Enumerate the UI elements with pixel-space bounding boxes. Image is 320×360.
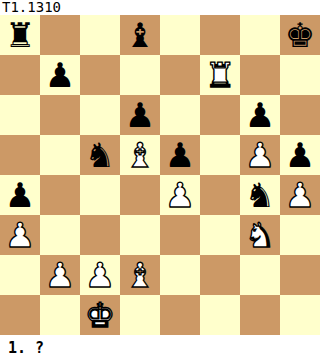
piece-black-bishop[interactable]: ♝ (125, 15, 155, 55)
piece-black-pawn[interactable]: ♟ (165, 135, 195, 175)
piece-white-pawn[interactable]: ♟ (45, 255, 75, 295)
square-c1[interactable]: ♚ (80, 295, 120, 335)
square-d2[interactable]: ♝ (120, 255, 160, 295)
square-c3[interactable] (80, 215, 120, 255)
square-e1[interactable] (160, 295, 200, 335)
square-e3[interactable] (160, 215, 200, 255)
square-a3[interactable]: ♟ (0, 215, 40, 255)
piece-white-pawn[interactable]: ♟ (245, 135, 275, 175)
piece-white-knight[interactable]: ♞ (245, 215, 275, 255)
square-h7[interactable] (280, 55, 320, 95)
square-g3[interactable]: ♞ (240, 215, 280, 255)
square-g1[interactable] (240, 295, 280, 335)
square-g8[interactable] (240, 15, 280, 55)
square-b3[interactable] (40, 215, 80, 255)
piece-white-pawn[interactable]: ♟ (285, 175, 315, 215)
square-h3[interactable] (280, 215, 320, 255)
square-a1[interactable] (0, 295, 40, 335)
square-b5[interactable] (40, 135, 80, 175)
square-f2[interactable] (200, 255, 240, 295)
square-g7[interactable] (240, 55, 280, 95)
square-f3[interactable] (200, 215, 240, 255)
square-b1[interactable] (40, 295, 80, 335)
square-a5[interactable] (0, 135, 40, 175)
chess-board: ♜♝♚♟♜♟♟♞♝♟♟♟♟♟♞♟♟♞♟♟♝♚ (0, 15, 320, 335)
square-f8[interactable] (200, 15, 240, 55)
piece-white-bishop[interactable]: ♝ (125, 135, 155, 175)
square-c8[interactable] (80, 15, 120, 55)
piece-black-knight[interactable]: ♞ (85, 135, 115, 175)
square-h2[interactable] (280, 255, 320, 295)
square-a4[interactable]: ♟ (0, 175, 40, 215)
square-d4[interactable] (120, 175, 160, 215)
square-c5[interactable]: ♞ (80, 135, 120, 175)
square-f7[interactable]: ♜ (200, 55, 240, 95)
square-e8[interactable] (160, 15, 200, 55)
piece-white-pawn[interactable]: ♟ (165, 175, 195, 215)
piece-black-pawn[interactable]: ♟ (245, 95, 275, 135)
square-b6[interactable] (40, 95, 80, 135)
piece-black-pawn[interactable]: ♟ (125, 95, 155, 135)
square-g4[interactable]: ♞ (240, 175, 280, 215)
square-a8[interactable]: ♜ (0, 15, 40, 55)
piece-black-pawn[interactable]: ♟ (285, 135, 315, 175)
square-h1[interactable] (280, 295, 320, 335)
square-h8[interactable]: ♚ (280, 15, 320, 55)
square-c7[interactable] (80, 55, 120, 95)
square-e4[interactable]: ♟ (160, 175, 200, 215)
piece-white-king[interactable]: ♚ (85, 295, 115, 335)
square-e5[interactable]: ♟ (160, 135, 200, 175)
square-g2[interactable] (240, 255, 280, 295)
piece-white-pawn[interactable]: ♟ (85, 255, 115, 295)
square-e6[interactable] (160, 95, 200, 135)
square-g5[interactable]: ♟ (240, 135, 280, 175)
square-c6[interactable] (80, 95, 120, 135)
square-d5[interactable]: ♝ (120, 135, 160, 175)
square-d7[interactable] (120, 55, 160, 95)
piece-white-rook[interactable]: ♜ (205, 55, 235, 95)
square-d8[interactable]: ♝ (120, 15, 160, 55)
square-c4[interactable] (80, 175, 120, 215)
square-b2[interactable]: ♟ (40, 255, 80, 295)
square-a7[interactable] (0, 55, 40, 95)
square-f5[interactable] (200, 135, 240, 175)
piece-black-pawn[interactable]: ♟ (5, 175, 35, 215)
square-f4[interactable] (200, 175, 240, 215)
puzzle-id: T1.1310 (2, 0, 61, 15)
square-a6[interactable] (0, 95, 40, 135)
square-h6[interactable] (280, 95, 320, 135)
square-b8[interactable] (40, 15, 80, 55)
square-e2[interactable] (160, 255, 200, 295)
square-e7[interactable] (160, 55, 200, 95)
square-d6[interactable]: ♟ (120, 95, 160, 135)
square-b7[interactable]: ♟ (40, 55, 80, 95)
square-g6[interactable]: ♟ (240, 95, 280, 135)
piece-white-bishop[interactable]: ♝ (125, 255, 155, 295)
square-b4[interactable] (40, 175, 80, 215)
move-prompt: 1. ? (8, 338, 44, 358)
square-c2[interactable]: ♟ (80, 255, 120, 295)
piece-white-pawn[interactable]: ♟ (5, 215, 35, 255)
square-a2[interactable] (0, 255, 40, 295)
square-f1[interactable] (200, 295, 240, 335)
square-f6[interactable] (200, 95, 240, 135)
piece-black-king[interactable]: ♚ (285, 15, 315, 55)
piece-black-rook[interactable]: ♜ (5, 15, 35, 55)
square-h4[interactable]: ♟ (280, 175, 320, 215)
piece-black-pawn[interactable]: ♟ (45, 55, 75, 95)
square-h5[interactable]: ♟ (280, 135, 320, 175)
square-d1[interactable] (120, 295, 160, 335)
piece-black-knight[interactable]: ♞ (245, 175, 275, 215)
square-d3[interactable] (120, 215, 160, 255)
